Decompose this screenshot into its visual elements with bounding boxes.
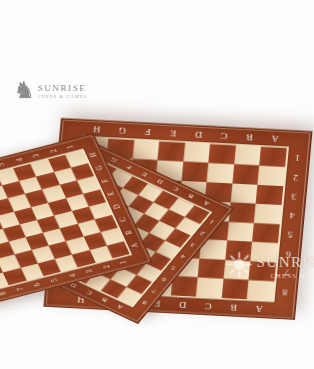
- square-b2: [232, 164, 259, 184]
- square-c1: [209, 144, 236, 164]
- square-a7: [249, 261, 276, 281]
- front-board-squares: [0, 150, 130, 289]
- file-label: C: [195, 297, 222, 316]
- square-c2: [207, 163, 234, 183]
- square-a8: [247, 280, 274, 300]
- product-photo-stage: ABCDEFGHABCDEFGH8765432187654321 ABCDEFG…: [0, 0, 314, 369]
- square-e1: [158, 141, 185, 161]
- square-a2: [258, 166, 285, 186]
- file-label: B: [220, 298, 247, 317]
- square-a4: [254, 204, 281, 224]
- rank-label: 5: [278, 224, 303, 244]
- rank-label: 6: [276, 243, 301, 263]
- square-c8: [196, 278, 223, 298]
- square-b1: [234, 145, 261, 165]
- brand-tagline: CHESS & GAMES: [38, 94, 88, 99]
- file-label: G: [109, 121, 136, 140]
- sunrise-logo-top-left: ♞ SUNRISE CHESS & GAMES: [14, 80, 87, 102]
- square-a3: [256, 185, 283, 205]
- file-label: D: [169, 295, 196, 314]
- square-d1: [183, 143, 210, 163]
- file-label: D: [185, 125, 212, 144]
- square-b4: [229, 203, 256, 223]
- file-label: A: [246, 299, 273, 318]
- square-a6: [251, 242, 278, 262]
- file-label: A: [261, 129, 288, 148]
- rank-label: 8: [273, 282, 298, 302]
- rank-label: 4: [280, 205, 305, 225]
- square-b8: [222, 279, 249, 299]
- square-d2: [182, 162, 209, 182]
- rank-label: 7: [274, 262, 299, 282]
- rank-label: 8: [0, 285, 15, 302]
- square-a5: [253, 223, 280, 243]
- square-b3: [231, 184, 258, 204]
- square-f1: [132, 140, 159, 160]
- rank-label: 3: [282, 186, 307, 206]
- dragon-knight-icon: ♞: [13, 80, 35, 102]
- file-label: B: [236, 128, 263, 147]
- square-c7: [198, 258, 225, 278]
- file-label: F: [134, 123, 161, 142]
- square-b7: [224, 260, 251, 280]
- square-a1: [260, 147, 287, 167]
- brand-wordmark: SUNRISE: [38, 83, 88, 93]
- file-label: E: [160, 124, 187, 143]
- rank-label: 2: [283, 167, 308, 187]
- rank-label: 1: [285, 148, 310, 168]
- square-b6: [225, 241, 252, 261]
- square-b5: [227, 222, 254, 242]
- file-label: C: [211, 127, 238, 146]
